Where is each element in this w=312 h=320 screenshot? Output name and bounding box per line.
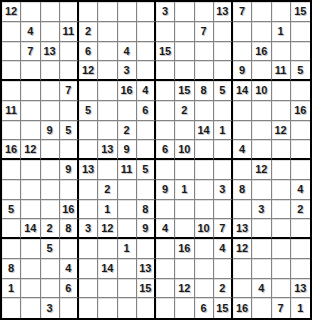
cell-r15c4-given[interactable]: 6 [60, 279, 79, 299]
cell-r9c8-given[interactable]: 5 [137, 160, 156, 180]
cell-r10c8-empty[interactable] [137, 180, 156, 200]
cell-r2c7-empty[interactable] [118, 22, 137, 42]
cell-r15c14-given[interactable]: 4 [252, 279, 271, 299]
cell-r1c4-empty[interactable] [60, 2, 79, 22]
cell-r16c14-empty[interactable] [252, 298, 271, 318]
cell-r13c10-given[interactable]: 16 [175, 239, 194, 259]
cell-r15c10-given[interactable]: 12 [175, 279, 194, 299]
cell-r1c9-given[interactable]: 3 [156, 2, 175, 22]
cell-r8c7-given[interactable]: 9 [118, 140, 137, 160]
cell-r16c2-empty[interactable] [21, 298, 40, 318]
cell-r5c6-empty[interactable] [98, 81, 117, 101]
cell-r7c14-empty[interactable] [252, 121, 271, 141]
cell-r8c10-given[interactable]: 10 [175, 140, 194, 160]
cell-r12c13-given[interactable]: 13 [233, 219, 252, 239]
cell-r2c14-empty[interactable] [252, 22, 271, 42]
cell-r3c13-empty[interactable] [233, 42, 252, 62]
cell-r1c8-empty[interactable] [137, 2, 156, 22]
cell-r1c13-given[interactable]: 7 [233, 2, 252, 22]
cell-r13c3-given[interactable]: 5 [41, 239, 60, 259]
cell-r15c11-empty[interactable] [195, 279, 214, 299]
cell-r6c6-empty[interactable] [98, 101, 117, 121]
cell-r10c1-empty[interactable] [2, 180, 21, 200]
cell-r3c1-empty[interactable] [2, 42, 21, 62]
cell-r8c14-empty[interactable] [252, 140, 271, 160]
cell-r13c9-empty[interactable] [156, 239, 175, 259]
cell-r4c15-given[interactable]: 11 [272, 61, 291, 81]
cell-r7c11-given[interactable]: 14 [195, 121, 214, 141]
cell-r6c2-empty[interactable] [21, 101, 40, 121]
cell-r16c7-empty[interactable] [118, 298, 137, 318]
cell-r16c16-given[interactable]: 1 [291, 298, 310, 318]
cell-r15c13-empty[interactable] [233, 279, 252, 299]
cell-r9c14-given[interactable]: 12 [252, 160, 271, 180]
cell-r6c11-empty[interactable] [195, 101, 214, 121]
cell-r8c6-given[interactable]: 13 [98, 140, 117, 160]
cell-r13c4-empty[interactable] [60, 239, 79, 259]
cell-r15c2-empty[interactable] [21, 279, 40, 299]
cell-r6c15-empty[interactable] [272, 101, 291, 121]
cell-r13c15-empty[interactable] [272, 239, 291, 259]
cell-r1c1-given[interactable]: 12 [2, 2, 21, 22]
cell-r4c2-empty[interactable] [21, 61, 40, 81]
cell-r10c13-given[interactable]: 8 [233, 180, 252, 200]
cell-r8c15-empty[interactable] [272, 140, 291, 160]
cell-r15c5-empty[interactable] [79, 279, 98, 299]
cell-r11c6-given[interactable]: 1 [98, 200, 117, 220]
cell-r15c1-given[interactable]: 1 [2, 279, 21, 299]
cell-r12c9-given[interactable]: 4 [156, 219, 175, 239]
cell-r12c16-empty[interactable] [291, 219, 310, 239]
cell-r11c10-empty[interactable] [175, 200, 194, 220]
cell-r12c2-given[interactable]: 14 [21, 219, 40, 239]
cell-r14c6-given[interactable]: 14 [98, 259, 117, 279]
cell-r13c8-empty[interactable] [137, 239, 156, 259]
cell-r7c13-empty[interactable] [233, 121, 252, 141]
cell-r11c1-given[interactable]: 5 [2, 200, 21, 220]
cell-r5c3-empty[interactable] [41, 81, 60, 101]
cell-r10c15-empty[interactable] [272, 180, 291, 200]
cell-r14c2-empty[interactable] [21, 259, 40, 279]
cell-r9c5-given[interactable]: 13 [79, 160, 98, 180]
cell-r2c12-empty[interactable] [214, 22, 233, 42]
cell-r15c16-given[interactable]: 13 [291, 279, 310, 299]
cell-r3c6-empty[interactable] [98, 42, 117, 62]
cell-r7c3-given[interactable]: 9 [41, 121, 60, 141]
cell-r6c16-given[interactable]: 16 [291, 101, 310, 121]
cell-r15c3-empty[interactable] [41, 279, 60, 299]
cell-r12c4-given[interactable]: 8 [60, 219, 79, 239]
cell-r14c8-given[interactable]: 13 [137, 259, 156, 279]
cell-r9c7-given[interactable]: 11 [118, 160, 137, 180]
cell-r12c8-given[interactable]: 9 [137, 219, 156, 239]
cell-r1c16-given[interactable]: 15 [291, 2, 310, 22]
cell-r10c2-empty[interactable] [21, 180, 40, 200]
cell-r11c8-given[interactable]: 8 [137, 200, 156, 220]
cell-r9c11-empty[interactable] [195, 160, 214, 180]
cell-r2c5-given[interactable]: 2 [79, 22, 98, 42]
cell-r14c13-empty[interactable] [233, 259, 252, 279]
cell-r16c6-empty[interactable] [98, 298, 117, 318]
sudoku-board: 1231371541127171364151612391157164158514… [0, 0, 312, 320]
cell-r8c16-empty[interactable] [291, 140, 310, 160]
cell-r1c15-empty[interactable] [272, 2, 291, 22]
cell-r14c14-empty[interactable] [252, 259, 271, 279]
cell-r4c7-given[interactable]: 3 [118, 61, 137, 81]
cell-r8c8-empty[interactable] [137, 140, 156, 160]
cell-r9c1-empty[interactable] [2, 160, 21, 180]
cell-r5c16-empty[interactable] [291, 81, 310, 101]
cell-r16c4-empty[interactable] [60, 298, 79, 318]
cell-r11c13-empty[interactable] [233, 200, 252, 220]
cell-r10c4-empty[interactable] [60, 180, 79, 200]
cell-r8c12-empty[interactable] [214, 140, 233, 160]
cell-r12c3-given[interactable]: 2 [41, 219, 60, 239]
cell-r3c8-empty[interactable] [137, 42, 156, 62]
cell-r5c2-empty[interactable] [21, 81, 40, 101]
cell-r6c3-empty[interactable] [41, 101, 60, 121]
cell-r11c12-empty[interactable] [214, 200, 233, 220]
cell-r8c11-empty[interactable] [195, 140, 214, 160]
cell-r7c2-empty[interactable] [21, 121, 40, 141]
cell-r16c1-empty[interactable] [2, 298, 21, 318]
cell-r9c12-empty[interactable] [214, 160, 233, 180]
cell-r2c11-given[interactable]: 7 [195, 22, 214, 42]
cell-r10c6-given[interactable]: 2 [98, 180, 117, 200]
cell-r14c9-empty[interactable] [156, 259, 175, 279]
cell-r1c12-given[interactable]: 13 [214, 2, 233, 22]
cell-r2c10-empty[interactable] [175, 22, 194, 42]
cell-r16c8-empty[interactable] [137, 298, 156, 318]
cell-r7c12-given[interactable]: 1 [214, 121, 233, 141]
cell-r5c11-given[interactable]: 8 [195, 81, 214, 101]
cell-r5c15-empty[interactable] [272, 81, 291, 101]
cell-r9c2-empty[interactable] [21, 160, 40, 180]
cell-r12c7-empty[interactable] [118, 219, 137, 239]
cell-r3c3-given[interactable]: 13 [41, 42, 60, 62]
cell-r6c1-given[interactable]: 11 [2, 101, 21, 121]
cell-r12c10-empty[interactable] [175, 219, 194, 239]
cell-r9c15-empty[interactable] [272, 160, 291, 180]
cell-r15c12-given[interactable]: 2 [214, 279, 233, 299]
cell-r1c7-empty[interactable] [118, 2, 137, 22]
cell-r9c9-empty[interactable] [156, 160, 175, 180]
cell-r15c7-empty[interactable] [118, 279, 137, 299]
cell-r5c7-given[interactable]: 16 [118, 81, 137, 101]
cell-r3c7-given[interactable]: 4 [118, 42, 137, 62]
cell-r7c4-given[interactable]: 5 [60, 121, 79, 141]
cell-r16c5-empty[interactable] [79, 298, 98, 318]
cell-r5c8-given[interactable]: 4 [137, 81, 156, 101]
cell-r2c15-given[interactable]: 1 [272, 22, 291, 42]
cell-r12c14-empty[interactable] [252, 219, 271, 239]
cell-r16c10-empty[interactable] [175, 298, 194, 318]
cell-r14c4-given[interactable]: 4 [60, 259, 79, 279]
cell-r11c9-empty[interactable] [156, 200, 175, 220]
cell-r10c10-given[interactable]: 1 [175, 180, 194, 200]
cell-r10c9-given[interactable]: 9 [156, 180, 175, 200]
cell-r5c9-empty[interactable] [156, 81, 175, 101]
cell-r2c3-empty[interactable] [41, 22, 60, 42]
cell-r14c15-empty[interactable] [272, 259, 291, 279]
cell-r11c7-empty[interactable] [118, 200, 137, 220]
cell-r9c3-empty[interactable] [41, 160, 60, 180]
cell-r15c6-empty[interactable] [98, 279, 117, 299]
cell-r2c2-given[interactable]: 4 [21, 22, 40, 42]
cell-r13c14-empty[interactable] [252, 239, 271, 259]
cell-r3c10-empty[interactable] [175, 42, 194, 62]
cell-r10c3-empty[interactable] [41, 180, 60, 200]
cell-r7c5-empty[interactable] [79, 121, 98, 141]
cell-r10c7-empty[interactable] [118, 180, 137, 200]
cell-r4c9-empty[interactable] [156, 61, 175, 81]
cell-r11c14-given[interactable]: 3 [252, 200, 271, 220]
cell-r4c1-empty[interactable] [2, 61, 21, 81]
cell-r1c10-empty[interactable] [175, 2, 194, 22]
cell-r11c2-empty[interactable] [21, 200, 40, 220]
cell-r6c13-empty[interactable] [233, 101, 252, 121]
cell-r7c10-empty[interactable] [175, 121, 194, 141]
cell-r6c9-empty[interactable] [156, 101, 175, 121]
cell-r2c13-empty[interactable] [233, 22, 252, 42]
cell-r4c13-given[interactable]: 9 [233, 61, 252, 81]
cell-r16c15-given[interactable]: 7 [272, 298, 291, 318]
cell-r6c8-given[interactable]: 6 [137, 101, 156, 121]
cell-r13c6-empty[interactable] [98, 239, 117, 259]
cell-r9c4-given[interactable]: 9 [60, 160, 79, 180]
cell-r3c12-empty[interactable] [214, 42, 233, 62]
cell-r1c11-empty[interactable] [195, 2, 214, 22]
cell-r10c14-empty[interactable] [252, 180, 271, 200]
cell-r12c12-given[interactable]: 7 [214, 219, 233, 239]
cell-r13c11-empty[interactable] [195, 239, 214, 259]
cell-r8c1-given[interactable]: 16 [2, 140, 21, 160]
cell-r6c10-given[interactable]: 2 [175, 101, 194, 121]
cell-r14c12-empty[interactable] [214, 259, 233, 279]
cell-r4c16-given[interactable]: 5 [291, 61, 310, 81]
cell-r12c11-given[interactable]: 10 [195, 219, 214, 239]
cell-r14c7-empty[interactable] [118, 259, 137, 279]
cell-r6c14-empty[interactable] [252, 101, 271, 121]
cell-r10c11-empty[interactable] [195, 180, 214, 200]
cell-r7c15-given[interactable]: 12 [272, 121, 291, 141]
cell-r5c12-given[interactable]: 5 [214, 81, 233, 101]
cell-r9c10-empty[interactable] [175, 160, 194, 180]
cell-r11c5-empty[interactable] [79, 200, 98, 220]
cell-r6c5-given[interactable]: 5 [79, 101, 98, 121]
cell-r16c13-given[interactable]: 16 [233, 298, 252, 318]
cell-r4c3-empty[interactable] [41, 61, 60, 81]
cell-r8c13-given[interactable]: 4 [233, 140, 252, 160]
cell-r16c11-given[interactable]: 6 [195, 298, 214, 318]
cell-r9c16-empty[interactable] [291, 160, 310, 180]
cell-r1c14-empty[interactable] [252, 2, 271, 22]
cell-r5c4-given[interactable]: 7 [60, 81, 79, 101]
cell-r12c15-empty[interactable] [272, 219, 291, 239]
cell-r7c6-empty[interactable] [98, 121, 117, 141]
cell-r7c1-empty[interactable] [2, 121, 21, 141]
cell-r6c4-empty[interactable] [60, 101, 79, 121]
cell-r5c14-given[interactable]: 10 [252, 81, 271, 101]
cell-r7c7-given[interactable]: 2 [118, 121, 137, 141]
cell-r13c5-empty[interactable] [79, 239, 98, 259]
cell-r15c15-empty[interactable] [272, 279, 291, 299]
cell-r12c5-given[interactable]: 3 [79, 219, 98, 239]
cell-r11c3-empty[interactable] [41, 200, 60, 220]
cell-r14c5-empty[interactable] [79, 259, 98, 279]
cell-r5c13-given[interactable]: 14 [233, 81, 252, 101]
cell-r14c11-empty[interactable] [195, 259, 214, 279]
cell-r4c8-empty[interactable] [137, 61, 156, 81]
cell-r15c8-given[interactable]: 15 [137, 279, 156, 299]
cell-r15c9-empty[interactable] [156, 279, 175, 299]
cell-r2c8-empty[interactable] [137, 22, 156, 42]
cell-r1c2-empty[interactable] [21, 2, 40, 22]
cell-r2c6-empty[interactable] [98, 22, 117, 42]
cell-r7c16-empty[interactable] [291, 121, 310, 141]
cell-r3c15-empty[interactable] [272, 42, 291, 62]
cell-r6c12-empty[interactable] [214, 101, 233, 121]
cell-r8c9-given[interactable]: 6 [156, 140, 175, 160]
cell-r3c11-empty[interactable] [195, 42, 214, 62]
cell-r16c3-given[interactable]: 3 [41, 298, 60, 318]
cell-r5c10-given[interactable]: 15 [175, 81, 194, 101]
cell-r6c7-empty[interactable] [118, 101, 137, 121]
cell-r1c5-empty[interactable] [79, 2, 98, 22]
cell-r5c1-empty[interactable] [2, 81, 21, 101]
cell-r4c6-empty[interactable] [98, 61, 117, 81]
cell-r16c12-given[interactable]: 15 [214, 298, 233, 318]
cell-r2c16-empty[interactable] [291, 22, 310, 42]
cell-r8c5-empty[interactable] [79, 140, 98, 160]
cell-r4c5-given[interactable]: 12 [79, 61, 98, 81]
cell-r13c2-empty[interactable] [21, 239, 40, 259]
cell-r14c3-empty[interactable] [41, 259, 60, 279]
cell-r3c2-given[interactable]: 7 [21, 42, 40, 62]
cell-r16c9-empty[interactable] [156, 298, 175, 318]
cell-r11c16-given[interactable]: 2 [291, 200, 310, 220]
cell-r2c1-empty[interactable] [2, 22, 21, 42]
cell-r14c10-empty[interactable] [175, 259, 194, 279]
cell-r8c3-empty[interactable] [41, 140, 60, 160]
cell-r11c4-given[interactable]: 16 [60, 200, 79, 220]
cell-r1c6-empty[interactable] [98, 2, 117, 22]
cell-r10c16-given[interactable]: 4 [291, 180, 310, 200]
cell-r10c5-empty[interactable] [79, 180, 98, 200]
cell-r8c4-empty[interactable] [60, 140, 79, 160]
cell-r3c16-empty[interactable] [291, 42, 310, 62]
cell-r11c11-empty[interactable] [195, 200, 214, 220]
cell-r13c16-empty[interactable] [291, 239, 310, 259]
cell-r14c1-given[interactable]: 8 [2, 259, 21, 279]
cell-r12c6-given[interactable]: 12 [98, 219, 117, 239]
cell-r3c14-given[interactable]: 16 [252, 42, 271, 62]
cell-r9c6-empty[interactable] [98, 160, 117, 180]
cell-r7c8-empty[interactable] [137, 121, 156, 141]
cell-r3c4-empty[interactable] [60, 42, 79, 62]
cell-r4c4-empty[interactable] [60, 61, 79, 81]
cell-r11c15-empty[interactable] [272, 200, 291, 220]
cell-r4c10-empty[interactable] [175, 61, 194, 81]
cell-r13c1-empty[interactable] [2, 239, 21, 259]
cell-r4c14-empty[interactable] [252, 61, 271, 81]
cell-r3c5-given[interactable]: 6 [79, 42, 98, 62]
cell-r13c13-given[interactable]: 12 [233, 239, 252, 259]
cell-r13c12-given[interactable]: 4 [214, 239, 233, 259]
cell-r10c12-given[interactable]: 3 [214, 180, 233, 200]
cell-r4c11-empty[interactable] [195, 61, 214, 81]
cell-r4c12-empty[interactable] [214, 61, 233, 81]
cell-r1c3-empty[interactable] [41, 2, 60, 22]
cell-r12c1-empty[interactable] [2, 219, 21, 239]
cell-r5c5-empty[interactable] [79, 81, 98, 101]
cell-r2c4-given[interactable]: 11 [60, 22, 79, 42]
cell-r13c7-given[interactable]: 1 [118, 239, 137, 259]
cell-r9c13-empty[interactable] [233, 160, 252, 180]
cell-r2c9-empty[interactable] [156, 22, 175, 42]
cell-r7c9-empty[interactable] [156, 121, 175, 141]
cell-r8c2-given[interactable]: 12 [21, 140, 40, 160]
cell-r3c9-given[interactable]: 15 [156, 42, 175, 62]
cell-r14c16-empty[interactable] [291, 259, 310, 279]
